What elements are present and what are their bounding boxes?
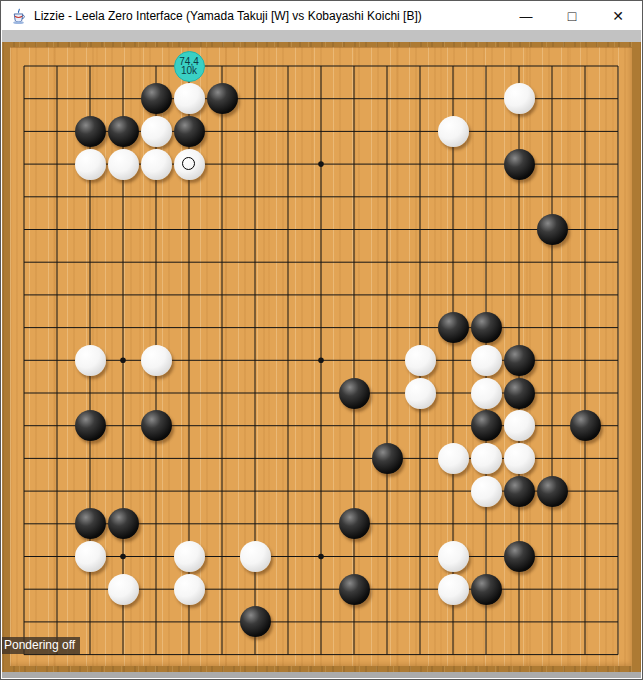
java-icon (10, 8, 27, 25)
black-stone (537, 476, 568, 507)
white-stone (174, 574, 205, 605)
black-stone (504, 149, 535, 180)
black-stone (174, 116, 205, 147)
menu-strip (2, 30, 641, 42)
black-stone (504, 476, 535, 507)
pondering-status: Pondering off (2, 637, 80, 654)
close-button[interactable]: ✕ (595, 2, 641, 30)
last-move-marker (182, 157, 195, 170)
black-stone (339, 574, 370, 605)
black-stone (537, 214, 568, 245)
window-controls: — □ ✕ (503, 2, 641, 30)
white-stone (405, 345, 436, 376)
board-overlay: 74,4 10k Pondering off (1, 1, 642, 679)
white-stone (504, 443, 535, 474)
white-stone (405, 378, 436, 409)
window-title: Lizzie - Leela Zero Interface (Yamada Ta… (34, 9, 422, 23)
suggestion-badge[interactable]: 74,4 10k (174, 51, 205, 82)
black-stone (339, 378, 370, 409)
board-grid (1, 1, 643, 680)
white-stone (504, 83, 535, 114)
black-stone (141, 410, 172, 441)
black-stone (504, 345, 535, 376)
black-stone (504, 378, 535, 409)
suggestion-visits: 10k (181, 66, 197, 76)
black-stone (339, 508, 370, 539)
black-stone (75, 116, 106, 147)
white-stone (438, 116, 469, 147)
black-stone (570, 410, 601, 441)
black-stone (240, 606, 271, 637)
black-stone (207, 83, 238, 114)
white-stone (438, 574, 469, 605)
white-stone (141, 149, 172, 180)
white-stone (75, 345, 106, 376)
white-stone (471, 378, 502, 409)
white-stone (471, 476, 502, 507)
black-stone (108, 508, 139, 539)
black-stone (75, 410, 106, 441)
white-stone (504, 410, 535, 441)
white-stone (174, 83, 205, 114)
black-stone (372, 443, 403, 474)
black-stone (471, 410, 502, 441)
black-stone (471, 574, 502, 605)
white-stone (471, 443, 502, 474)
black-stone (471, 312, 502, 343)
black-stone (75, 508, 106, 539)
white-stone (75, 541, 106, 572)
white-stone (471, 345, 502, 376)
white-stone (438, 541, 469, 572)
maximize-button[interactable]: □ (549, 2, 595, 30)
white-stone (174, 541, 205, 572)
white-stone (141, 345, 172, 376)
white-stone (438, 443, 469, 474)
minimize-button[interactable]: — (503, 2, 549, 30)
black-stone (504, 541, 535, 572)
black-stone (141, 83, 172, 114)
title-bar: Lizzie - Leela Zero Interface (Yamada Ta… (2, 2, 641, 30)
lizzie-window: Lizzie - Leela Zero Interface (Yamada Ta… (0, 0, 643, 680)
black-stone (108, 116, 139, 147)
white-stone (108, 149, 139, 180)
white-stone (240, 541, 271, 572)
white-stone (108, 574, 139, 605)
white-stone (141, 116, 172, 147)
white-stone (75, 149, 106, 180)
black-stone (438, 312, 469, 343)
